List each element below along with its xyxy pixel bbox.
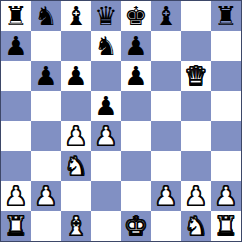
square-g3[interactable]: [181, 151, 211, 181]
white-pawn-piece: ♟: [34, 183, 57, 209]
white-pawn-piece: ♟: [64, 123, 87, 149]
square-b3[interactable]: [31, 151, 61, 181]
square-h3[interactable]: [211, 151, 241, 181]
square-f7[interactable]: [151, 31, 181, 61]
black-rook-piece: ♜: [214, 3, 237, 29]
square-b8[interactable]: ♞: [31, 1, 61, 31]
black-pawn-piece: ♟: [4, 33, 27, 59]
square-e8[interactable]: ♚: [121, 1, 151, 31]
white-king-piece: ♚: [124, 213, 147, 239]
square-h1[interactable]: ♜: [211, 211, 241, 241]
square-e2[interactable]: [121, 181, 151, 211]
black-knight-piece: ♞: [34, 3, 57, 29]
square-f4[interactable]: [151, 121, 181, 151]
square-a5[interactable]: [1, 91, 31, 121]
white-pawn-piece: ♟: [154, 183, 177, 209]
black-queen-piece: ♛: [94, 3, 117, 29]
square-d7[interactable]: ♞: [91, 31, 121, 61]
black-rook-piece: ♜: [4, 3, 27, 29]
square-e7[interactable]: ♟: [121, 31, 151, 61]
white-knight-piece: ♞: [64, 153, 87, 179]
square-d3[interactable]: [91, 151, 121, 181]
square-a1[interactable]: ♜: [1, 211, 31, 241]
square-b5[interactable]: [31, 91, 61, 121]
square-d2[interactable]: [91, 181, 121, 211]
white-pawn-piece: ♟: [214, 183, 237, 209]
square-e3[interactable]: [121, 151, 151, 181]
square-h5[interactable]: [211, 91, 241, 121]
black-bishop-piece: ♝: [154, 3, 177, 29]
square-c2[interactable]: [61, 181, 91, 211]
square-d6[interactable]: [91, 61, 121, 91]
white-knight-piece: ♞: [184, 213, 207, 239]
square-e1[interactable]: ♚: [121, 211, 151, 241]
white-pawn-piece: ♟: [4, 183, 27, 209]
square-b7[interactable]: [31, 31, 61, 61]
black-pawn-piece: ♟: [64, 63, 87, 89]
square-h2[interactable]: ♟: [211, 181, 241, 211]
square-f5[interactable]: [151, 91, 181, 121]
square-f6[interactable]: [151, 61, 181, 91]
square-a7[interactable]: ♟: [1, 31, 31, 61]
square-a2[interactable]: ♟: [1, 181, 31, 211]
square-g8[interactable]: [181, 1, 211, 31]
square-d1[interactable]: [91, 211, 121, 241]
square-f2[interactable]: ♟: [151, 181, 181, 211]
square-c7[interactable]: [61, 31, 91, 61]
chess-board: ♜♞♝♛♚♝♜♟♞♟♟♟♟♛♟♟♟♞♟♟♟♟♟♜♝♚♞♜: [0, 0, 242, 242]
square-d5[interactable]: ♟: [91, 91, 121, 121]
black-bishop-piece: ♝: [64, 3, 87, 29]
black-pawn-piece: ♟: [124, 33, 147, 59]
square-e5[interactable]: [121, 91, 151, 121]
square-f1[interactable]: [151, 211, 181, 241]
square-g7[interactable]: [181, 31, 211, 61]
white-pawn-piece: ♟: [184, 183, 207, 209]
black-pawn-piece: ♟: [124, 63, 147, 89]
square-g2[interactable]: ♟: [181, 181, 211, 211]
square-b1[interactable]: [31, 211, 61, 241]
white-pawn-piece: ♟: [94, 123, 117, 149]
square-c1[interactable]: ♝: [61, 211, 91, 241]
square-c3[interactable]: ♞: [61, 151, 91, 181]
square-h8[interactable]: ♜: [211, 1, 241, 31]
white-queen-piece: ♛: [184, 63, 207, 89]
square-d4[interactable]: ♟: [91, 121, 121, 151]
square-g1[interactable]: ♞: [181, 211, 211, 241]
square-b4[interactable]: [31, 121, 61, 151]
white-rook-piece: ♜: [4, 213, 27, 239]
square-a6[interactable]: [1, 61, 31, 91]
square-f3[interactable]: [151, 151, 181, 181]
square-g5[interactable]: [181, 91, 211, 121]
square-c8[interactable]: ♝: [61, 1, 91, 31]
white-rook-piece: ♜: [214, 213, 237, 239]
square-h4[interactable]: [211, 121, 241, 151]
white-bishop-piece: ♝: [64, 213, 87, 239]
square-b6[interactable]: ♟: [31, 61, 61, 91]
square-b2[interactable]: ♟: [31, 181, 61, 211]
square-a4[interactable]: [1, 121, 31, 151]
square-e4[interactable]: [121, 121, 151, 151]
square-e6[interactable]: ♟: [121, 61, 151, 91]
square-h7[interactable]: [211, 31, 241, 61]
square-g4[interactable]: [181, 121, 211, 151]
square-g6[interactable]: ♛: [181, 61, 211, 91]
black-pawn-piece: ♟: [34, 63, 57, 89]
square-h6[interactable]: [211, 61, 241, 91]
square-a3[interactable]: [1, 151, 31, 181]
black-pawn-piece: ♟: [94, 93, 117, 119]
square-c5[interactable]: [61, 91, 91, 121]
square-f8[interactable]: ♝: [151, 1, 181, 31]
black-king-piece: ♚: [124, 3, 147, 29]
square-c4[interactable]: ♟: [61, 121, 91, 151]
square-c6[interactable]: ♟: [61, 61, 91, 91]
square-a8[interactable]: ♜: [1, 1, 31, 31]
black-knight-piece: ♞: [94, 33, 117, 59]
square-d8[interactable]: ♛: [91, 1, 121, 31]
